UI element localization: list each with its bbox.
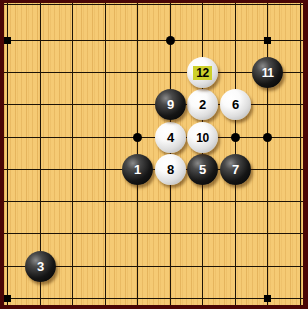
- white-stone-move-10: 10: [187, 122, 218, 153]
- black-stone-move-7: 7: [220, 154, 251, 185]
- grid-line-horizontal: [4, 169, 303, 170]
- move-number: 9: [167, 98, 174, 111]
- white-stone-move-8: 8: [155, 154, 186, 185]
- white-stone-move-12: 12: [187, 57, 218, 88]
- move-number: 10: [196, 132, 208, 144]
- square-mark: [4, 295, 11, 302]
- square-mark: [4, 37, 11, 44]
- grid-line-horizontal: [4, 40, 303, 41]
- grid-line-horizontal: [4, 4, 303, 5]
- grid-line-vertical: [72, 3, 73, 305]
- grid-line-horizontal: [4, 298, 303, 299]
- move-number: 1: [134, 163, 141, 176]
- grid-line-vertical: [105, 3, 106, 305]
- move-number: 5: [199, 163, 206, 176]
- square-mark: [264, 295, 271, 302]
- move-number-highlighted: 12: [193, 66, 211, 80]
- move-number: 11: [262, 67, 274, 79]
- black-stone-move-11: 11: [252, 57, 283, 88]
- black-stone-move-9: 9: [155, 89, 186, 120]
- move-number: 4: [167, 131, 174, 144]
- grid-line-vertical: [267, 3, 268, 305]
- grid-line-vertical: [300, 3, 301, 305]
- grid-line-horizontal: [4, 137, 303, 138]
- grid-line-horizontal: [4, 201, 303, 202]
- square-mark: [264, 37, 271, 44]
- grid-line-horizontal: [4, 233, 303, 234]
- white-stone-move-6: 6: [220, 89, 251, 120]
- black-stone-move-1: 1: [122, 154, 153, 185]
- circle-mark: [166, 36, 175, 45]
- move-number: 6: [232, 98, 239, 111]
- move-number: 7: [232, 163, 239, 176]
- board-frame: 123456789101112: [0, 0, 308, 309]
- white-stone-move-4: 4: [155, 122, 186, 153]
- grid-line-vertical: [7, 3, 8, 305]
- grid-line-horizontal: [4, 104, 303, 105]
- move-number: 3: [37, 260, 44, 273]
- go-board[interactable]: 123456789101112: [4, 3, 303, 305]
- white-stone-move-2: 2: [187, 89, 218, 120]
- move-number: 8: [167, 163, 174, 176]
- circle-mark: [133, 133, 142, 142]
- black-stone-move-3: 3: [25, 251, 56, 282]
- circle-mark: [263, 133, 272, 142]
- circle-mark: [231, 133, 240, 142]
- move-number: 2: [199, 98, 206, 111]
- black-stone-move-5: 5: [187, 154, 218, 185]
